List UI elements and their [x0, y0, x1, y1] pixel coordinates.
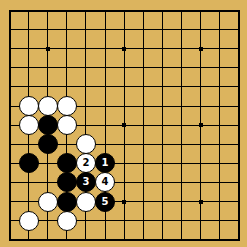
stone-move-number: 2	[82, 158, 89, 168]
stone-white[interactable]	[57, 211, 77, 231]
stone-white[interactable]	[57, 115, 77, 135]
star-point	[122, 47, 126, 51]
go-board[interactable]: 21345	[0, 0, 247, 247]
star-point	[199, 47, 203, 51]
go-board-diagram: 21345	[0, 0, 247, 247]
stone-black[interactable]	[38, 115, 58, 135]
stone-white[interactable]	[38, 96, 58, 116]
star-point	[199, 200, 203, 204]
star-point	[46, 47, 50, 51]
stone-white[interactable]	[19, 115, 39, 135]
stone-black-move-5[interactable]: 5	[95, 192, 115, 212]
stone-move-number: 4	[102, 177, 109, 187]
stone-white[interactable]	[57, 96, 77, 116]
stone-white[interactable]	[76, 134, 96, 154]
stone-move-number: 5	[102, 197, 109, 207]
star-point	[122, 123, 126, 127]
stone-white[interactable]	[38, 192, 58, 212]
stone-white[interactable]	[76, 192, 96, 212]
stone-black[interactable]	[19, 153, 39, 173]
stone-move-number: 3	[82, 177, 89, 187]
star-point	[122, 200, 126, 204]
stone-white[interactable]	[19, 96, 39, 116]
stone-white[interactable]	[19, 211, 39, 231]
stone-black[interactable]	[57, 192, 77, 212]
stone-black[interactable]	[38, 134, 58, 154]
stone-move-number: 1	[102, 158, 109, 168]
stone-black[interactable]	[57, 153, 77, 173]
star-point	[199, 123, 203, 127]
